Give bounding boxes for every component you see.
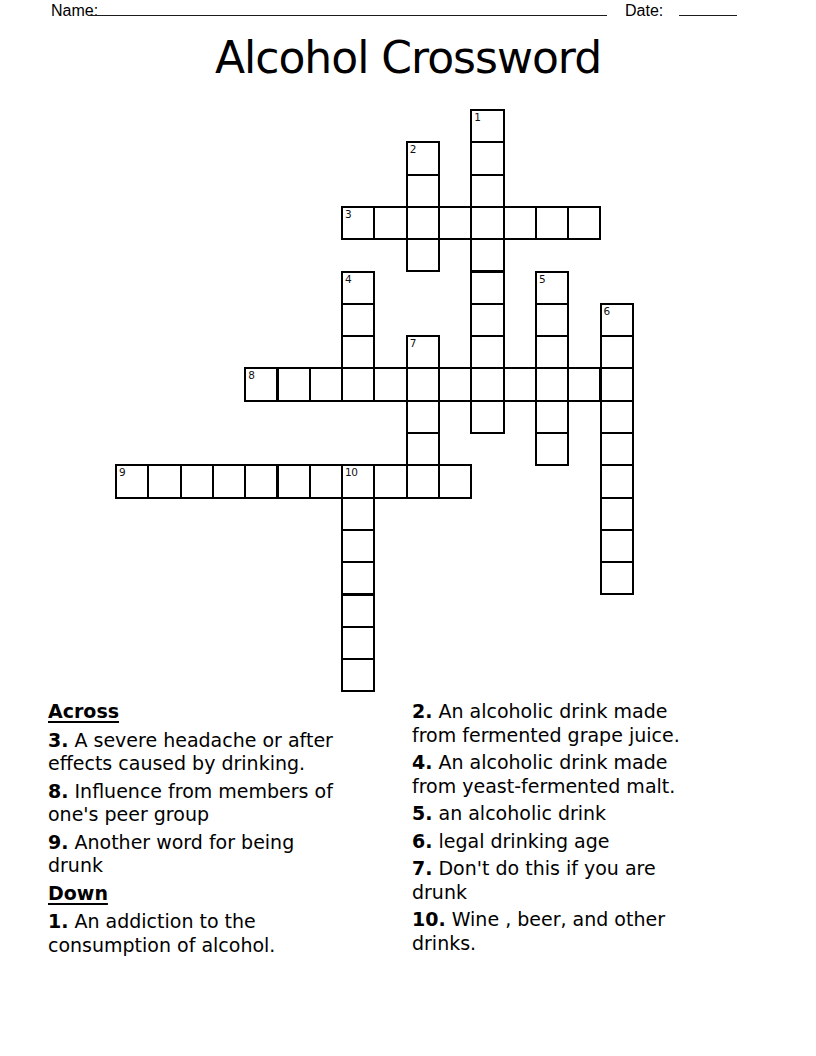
across-heading: Across — [48, 700, 400, 724]
cell-r8-c8[interactable] — [373, 367, 407, 401]
cell-r7-c9[interactable]: 7 — [406, 335, 440, 369]
cell-r8-c4[interactable]: 8 — [244, 367, 278, 401]
clue-number-7: 7 — [410, 337, 416, 349]
cell-r0-c11[interactable]: 1 — [470, 109, 504, 143]
cell-r3-c12[interactable] — [503, 206, 537, 240]
clue-number-5: 5 — [539, 273, 545, 285]
date-blank-line — [679, 0, 737, 16]
clue-number-1: 1 — [474, 111, 480, 123]
cell-r6-c11[interactable] — [470, 303, 504, 337]
cell-r11-c6[interactable] — [309, 464, 343, 498]
cell-r14-c7[interactable] — [341, 561, 375, 595]
cell-r7-c7[interactable] — [341, 335, 375, 369]
cell-r8-c7[interactable] — [341, 367, 375, 401]
clue-d6-number: 6. — [412, 830, 432, 852]
cell-r11-c1[interactable] — [147, 464, 181, 498]
cell-r8-c15[interactable] — [600, 367, 634, 401]
cell-r11-c8[interactable] — [373, 464, 407, 498]
page-title: Alcohol Crossword — [0, 32, 816, 83]
crossword-grid: 12345678910 — [115, 109, 634, 693]
cell-r3-c7[interactable]: 3 — [341, 206, 375, 240]
cell-r3-c8[interactable] — [373, 206, 407, 240]
clue-d10-number: 10. — [412, 908, 446, 930]
cell-r6-c7[interactable] — [341, 303, 375, 337]
cell-r1-c11[interactable] — [470, 141, 504, 175]
cell-r5-c11[interactable] — [470, 271, 504, 305]
clue-number-3: 3 — [345, 208, 351, 220]
cell-r13-c15[interactable] — [600, 529, 634, 563]
clue-a9-number: 9. — [48, 831, 68, 853]
clue-a3: 3. A severe headache or after effects ca… — [48, 729, 400, 776]
clue-d4: 4. An alcoholic drink made from yeast-fe… — [412, 751, 742, 798]
clue-d1: 1. An addiction to the consumption of al… — [48, 910, 400, 957]
cell-r11-c2[interactable] — [180, 464, 214, 498]
clue-d5-number: 5. — [412, 802, 432, 824]
cell-r15-c7[interactable] — [341, 594, 375, 628]
clue-d7-number: 7. — [412, 857, 432, 879]
cell-r8-c12[interactable] — [503, 367, 537, 401]
clue-number-8: 8 — [248, 369, 254, 381]
cell-r5-c13[interactable]: 5 — [535, 271, 569, 305]
cell-r11-c5[interactable] — [277, 464, 311, 498]
clue-a8-number: 8. — [48, 780, 68, 802]
clue-d4-number: 4. — [412, 751, 432, 773]
cell-r9-c13[interactable] — [535, 400, 569, 434]
down-heading: Down — [48, 882, 400, 906]
clue-d10: 10. Wine , beer, and other drinks. — [412, 908, 742, 955]
clue-a3-number: 3. — [48, 729, 68, 751]
name-blank-line — [88, 0, 607, 16]
clue-number-4: 4 — [345, 273, 351, 285]
clue-number-6: 6 — [604, 305, 610, 317]
cell-r3-c14[interactable] — [567, 206, 601, 240]
cell-r11-c15[interactable] — [600, 464, 634, 498]
cell-r8-c6[interactable] — [309, 367, 343, 401]
cell-r2-c9[interactable] — [406, 174, 440, 208]
cell-r10-c9[interactable] — [406, 432, 440, 466]
clue-number-10: 10 — [345, 466, 357, 478]
clues-left-column: Across3. A severe headache or after effe… — [48, 700, 400, 961]
cell-r13-c7[interactable] — [341, 529, 375, 563]
cell-r11-c4[interactable] — [244, 464, 278, 498]
cell-r4-c9[interactable] — [406, 238, 440, 272]
cell-r11-c10[interactable] — [438, 464, 472, 498]
cell-r3-c11[interactable] — [470, 206, 504, 240]
cell-r12-c7[interactable] — [341, 497, 375, 531]
clue-number-2: 2 — [410, 143, 416, 155]
cell-r11-c0[interactable]: 9 — [115, 464, 149, 498]
cell-r6-c13[interactable] — [535, 303, 569, 337]
clue-d1-number: 1. — [48, 910, 68, 932]
cell-r7-c13[interactable] — [535, 335, 569, 369]
cell-r3-c13[interactable] — [535, 206, 569, 240]
cell-r8-c10[interactable] — [438, 367, 472, 401]
clue-d2-number: 2. — [412, 700, 432, 722]
cell-r8-c11[interactable] — [470, 367, 504, 401]
cell-r8-c13[interactable] — [535, 367, 569, 401]
clue-d6: 6. legal drinking age — [412, 830, 742, 854]
clue-d5: 5. an alcoholic drink — [412, 802, 742, 826]
cell-r9-c9[interactable] — [406, 400, 440, 434]
cell-r9-c15[interactable] — [600, 400, 634, 434]
date-label: Date: — [625, 2, 663, 20]
cell-r8-c14[interactable] — [567, 367, 601, 401]
clue-a9: 9. Another word for being drunk — [48, 831, 400, 878]
cell-r11-c9[interactable] — [406, 464, 440, 498]
cell-r2-c11[interactable] — [470, 174, 504, 208]
cell-r16-c7[interactable] — [341, 626, 375, 660]
cell-r1-c9[interactable]: 2 — [406, 141, 440, 175]
cell-r10-c13[interactable] — [535, 432, 569, 466]
cell-r5-c7[interactable]: 4 — [341, 271, 375, 305]
worksheet-page: Name: Date: Alcohol Crossword 1234567891… — [0, 0, 816, 1056]
clue-a8: 8. Influence from members of one's peer … — [48, 780, 400, 827]
cell-r10-c15[interactable] — [600, 432, 634, 466]
clues-right-column: 2. An alcoholic drink made from fermente… — [412, 700, 742, 959]
cell-r7-c15[interactable] — [600, 335, 634, 369]
clue-number-9: 9 — [119, 466, 125, 478]
cell-r17-c7[interactable] — [341, 658, 375, 692]
cell-r9-c11[interactable] — [470, 400, 504, 434]
cell-r11-c7[interactable]: 10 — [341, 464, 375, 498]
cell-r14-c15[interactable] — [600, 561, 634, 595]
cell-r3-c9[interactable] — [406, 206, 440, 240]
cell-r11-c3[interactable] — [212, 464, 246, 498]
cell-r8-c5[interactable] — [277, 367, 311, 401]
cell-r3-c10[interactable] — [438, 206, 472, 240]
cell-r12-c15[interactable] — [600, 497, 634, 531]
cell-r4-c11[interactable] — [470, 238, 504, 272]
clue-d7: 7. Don't do this if you are drunk — [412, 857, 742, 904]
cell-r7-c11[interactable] — [470, 335, 504, 369]
cell-r6-c15[interactable]: 6 — [600, 303, 634, 337]
cell-r8-c9[interactable] — [406, 367, 440, 401]
clue-d2: 2. An alcoholic drink made from fermente… — [412, 700, 742, 747]
